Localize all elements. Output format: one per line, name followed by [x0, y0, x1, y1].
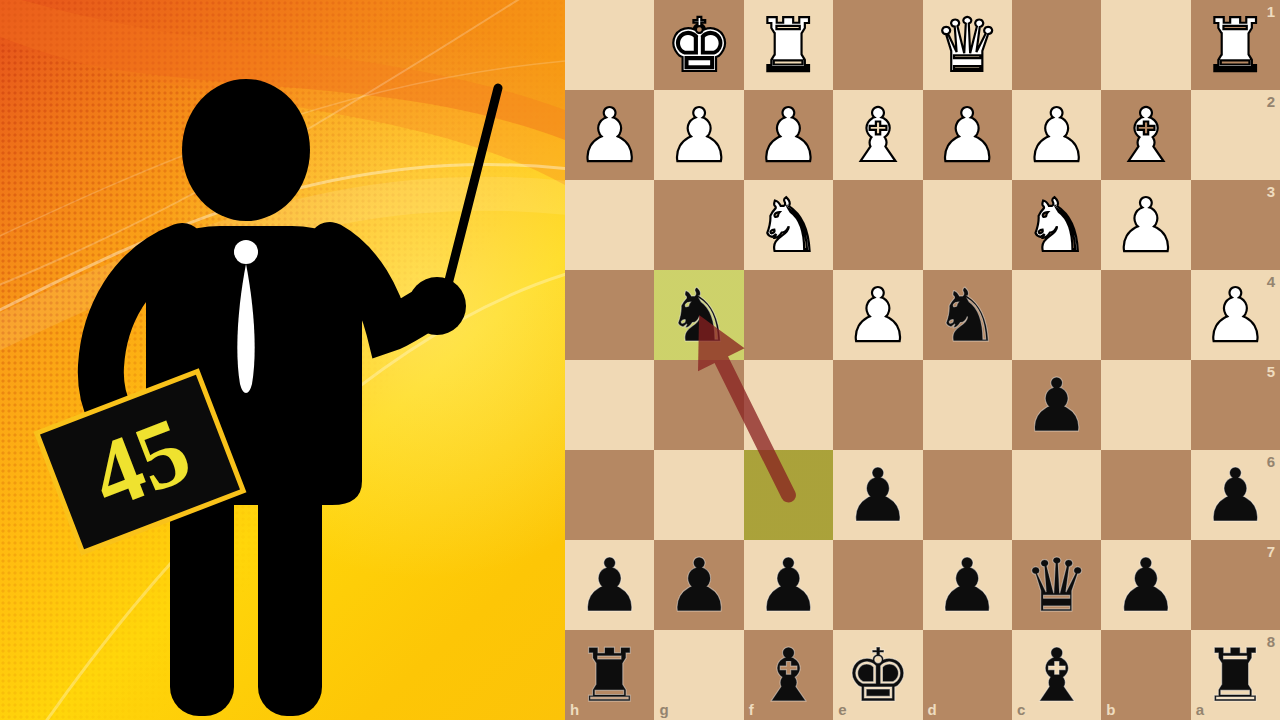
piece-black-pawn-g7[interactable]: ♟ [666, 548, 732, 622]
piece-white-pawn-c2[interactable]: ♟ [1023, 98, 1089, 172]
piece-black-knight-d4[interactable]: ♞ [934, 278, 1000, 352]
square-c5[interactable]: ♟ [1012, 360, 1101, 450]
piece-white-bishop-b2[interactable]: ♝ [1113, 98, 1179, 172]
file-label-a: a [1196, 701, 1204, 718]
square-d3[interactable] [923, 180, 1012, 270]
piece-black-rook-a8[interactable]: ♜ [1202, 638, 1268, 712]
square-h4[interactable] [565, 270, 654, 360]
square-b1[interactable] [1101, 0, 1190, 90]
piece-white-pawn-a4[interactable]: ♟ [1202, 278, 1268, 352]
square-e7[interactable] [833, 540, 922, 630]
rank-label-2: 2 [1267, 93, 1275, 110]
tie-knot [234, 240, 258, 264]
file-label-h: h [570, 701, 579, 718]
piece-black-bishop-f8[interactable]: ♝ [755, 638, 821, 712]
square-a3[interactable]: 3 [1191, 180, 1280, 270]
presenter-hand [408, 277, 466, 335]
square-e8[interactable]: ♚e [833, 630, 922, 720]
square-h7[interactable]: ♟ [565, 540, 654, 630]
file-label-c: c [1017, 701, 1025, 718]
square-c2[interactable]: ♟ [1012, 90, 1101, 180]
piece-white-pawn-e4[interactable]: ♟ [845, 278, 911, 352]
square-f6[interactable] [744, 450, 833, 540]
square-d6[interactable] [923, 450, 1012, 540]
piece-black-pawn-h7[interactable]: ♟ [577, 548, 643, 622]
square-f3[interactable]: ♞ [744, 180, 833, 270]
file-label-f: f [749, 701, 754, 718]
piece-white-knight-c3[interactable]: ♞ [1023, 188, 1089, 262]
rank-label-3: 3 [1267, 183, 1275, 200]
square-a4[interactable]: ♟4 [1191, 270, 1280, 360]
rank-label-5: 5 [1267, 363, 1275, 380]
square-h5[interactable] [565, 360, 654, 450]
square-a7[interactable]: 7 [1191, 540, 1280, 630]
square-e5[interactable] [833, 360, 922, 450]
square-f8[interactable]: ♝f [744, 630, 833, 720]
square-c7[interactable]: ♛ [1012, 540, 1101, 630]
square-f5[interactable] [744, 360, 833, 450]
square-b6[interactable] [1101, 450, 1190, 540]
piece-black-pawn-a6[interactable]: ♟ [1202, 458, 1268, 532]
piece-white-pawn-h2[interactable]: ♟ [577, 98, 643, 172]
piece-black-bishop-c8[interactable]: ♝ [1023, 638, 1089, 712]
file-label-e: e [838, 701, 846, 718]
file-label-b: b [1106, 701, 1115, 718]
square-e1[interactable] [833, 0, 922, 90]
square-b8[interactable]: b [1101, 630, 1190, 720]
piece-white-king-g1[interactable]: ♚ [666, 8, 732, 82]
square-h1[interactable] [565, 0, 654, 90]
square-e6[interactable]: ♟ [833, 450, 922, 540]
square-b4[interactable] [1101, 270, 1190, 360]
piece-white-pawn-g2[interactable]: ♟ [666, 98, 732, 172]
square-b5[interactable] [1101, 360, 1190, 450]
chessboard-area: ♚♜♛♜1♟♟♟♝♟♟♝2♞♞♟3♞♟♞♟4♟5♟♟6♟♟♟♟♛♟7♜hg♝f♚… [565, 0, 1280, 720]
square-b3[interactable]: ♟ [1101, 180, 1190, 270]
square-f1[interactable]: ♜ [744, 0, 833, 90]
square-c4[interactable] [1012, 270, 1101, 360]
square-h3[interactable] [565, 180, 654, 270]
rank-label-1: 1 [1267, 3, 1275, 20]
art-panel: 45 [0, 0, 565, 720]
piece-black-queen-c7[interactable]: ♛ [1023, 548, 1089, 622]
thumbnail: 45 ♚♜♛♜1♟♟♟♝♟♟♝2♞♞♟3♞♟♞♟4♟5♟♟6♟♟♟♟♛♟7♜hg… [0, 0, 1280, 720]
square-c6[interactable] [1012, 450, 1101, 540]
square-d2[interactable]: ♟ [923, 90, 1012, 180]
piece-black-pawn-c5[interactable]: ♟ [1023, 368, 1089, 442]
square-b7[interactable]: ♟ [1101, 540, 1190, 630]
square-a8[interactable]: ♜8a [1191, 630, 1280, 720]
piece-black-pawn-b7[interactable]: ♟ [1113, 548, 1179, 622]
square-d1[interactable]: ♛ [923, 0, 1012, 90]
pointer-stick-icon [444, 88, 498, 300]
square-d4[interactable]: ♞ [923, 270, 1012, 360]
piece-black-pawn-d7[interactable]: ♟ [934, 548, 1000, 622]
piece-white-knight-f3[interactable]: ♞ [755, 188, 821, 262]
piece-black-knight-g4[interactable]: ♞ [666, 278, 732, 352]
square-e3[interactable] [833, 180, 922, 270]
square-g7[interactable]: ♟ [654, 540, 743, 630]
square-f7[interactable]: ♟ [744, 540, 833, 630]
square-g1[interactable]: ♚ [654, 0, 743, 90]
piece-white-pawn-f2[interactable]: ♟ [755, 98, 821, 172]
square-c1[interactable] [1012, 0, 1101, 90]
piece-white-bishop-e2[interactable]: ♝ [845, 98, 911, 172]
presenter-right-leg [258, 420, 322, 716]
square-g8[interactable]: g [654, 630, 743, 720]
piece-black-pawn-f7[interactable]: ♟ [755, 548, 821, 622]
square-c8[interactable]: ♝c [1012, 630, 1101, 720]
square-a6[interactable]: ♟6 [1191, 450, 1280, 540]
piece-white-queen-d1[interactable]: ♛ [934, 8, 1000, 82]
square-b2[interactable]: ♝ [1101, 90, 1190, 180]
square-e2[interactable]: ♝ [833, 90, 922, 180]
presenter-head [182, 79, 310, 221]
piece-white-rook-a1[interactable]: ♜ [1202, 8, 1268, 82]
square-a5[interactable]: 5 [1191, 360, 1280, 450]
square-h6[interactable] [565, 450, 654, 540]
square-d8[interactable]: d [923, 630, 1012, 720]
square-g5[interactable] [654, 360, 743, 450]
piece-white-pawn-b3[interactable]: ♟ [1113, 188, 1179, 262]
rank-label-6: 6 [1267, 453, 1275, 470]
square-g2[interactable]: ♟ [654, 90, 743, 180]
chessboard: ♚♜♛♜1♟♟♟♝♟♟♝2♞♞♟3♞♟♞♟4♟5♟♟6♟♟♟♟♛♟7♜hg♝f♚… [565, 0, 1280, 720]
file-label-g: g [659, 701, 668, 718]
piece-black-pawn-e6[interactable]: ♟ [845, 458, 911, 532]
square-g4[interactable]: ♞ [654, 270, 743, 360]
square-e4[interactable]: ♟ [833, 270, 922, 360]
rank-label-4: 4 [1267, 273, 1275, 290]
rank-label-7: 7 [1267, 543, 1275, 560]
square-a2[interactable]: 2 [1191, 90, 1280, 180]
square-f4[interactable] [744, 270, 833, 360]
piece-black-king-e8[interactable]: ♚ [845, 638, 911, 712]
piece-black-rook-h8[interactable]: ♜ [577, 638, 643, 712]
square-h8[interactable]: ♜h [565, 630, 654, 720]
square-f2[interactable]: ♟ [744, 90, 833, 180]
piece-white-rook-f1[interactable]: ♜ [755, 8, 821, 82]
square-h2[interactable]: ♟ [565, 90, 654, 180]
piece-white-pawn-d2[interactable]: ♟ [934, 98, 1000, 172]
square-g3[interactable] [654, 180, 743, 270]
rank-label-8: 8 [1267, 633, 1275, 650]
square-c3[interactable]: ♞ [1012, 180, 1101, 270]
square-d5[interactable] [923, 360, 1012, 450]
square-a1[interactable]: ♜1 [1191, 0, 1280, 90]
square-d7[interactable]: ♟ [923, 540, 1012, 630]
square-g6[interactable] [654, 450, 743, 540]
presenter-silhouette: 45 [0, 0, 565, 720]
file-label-d: d [928, 701, 937, 718]
